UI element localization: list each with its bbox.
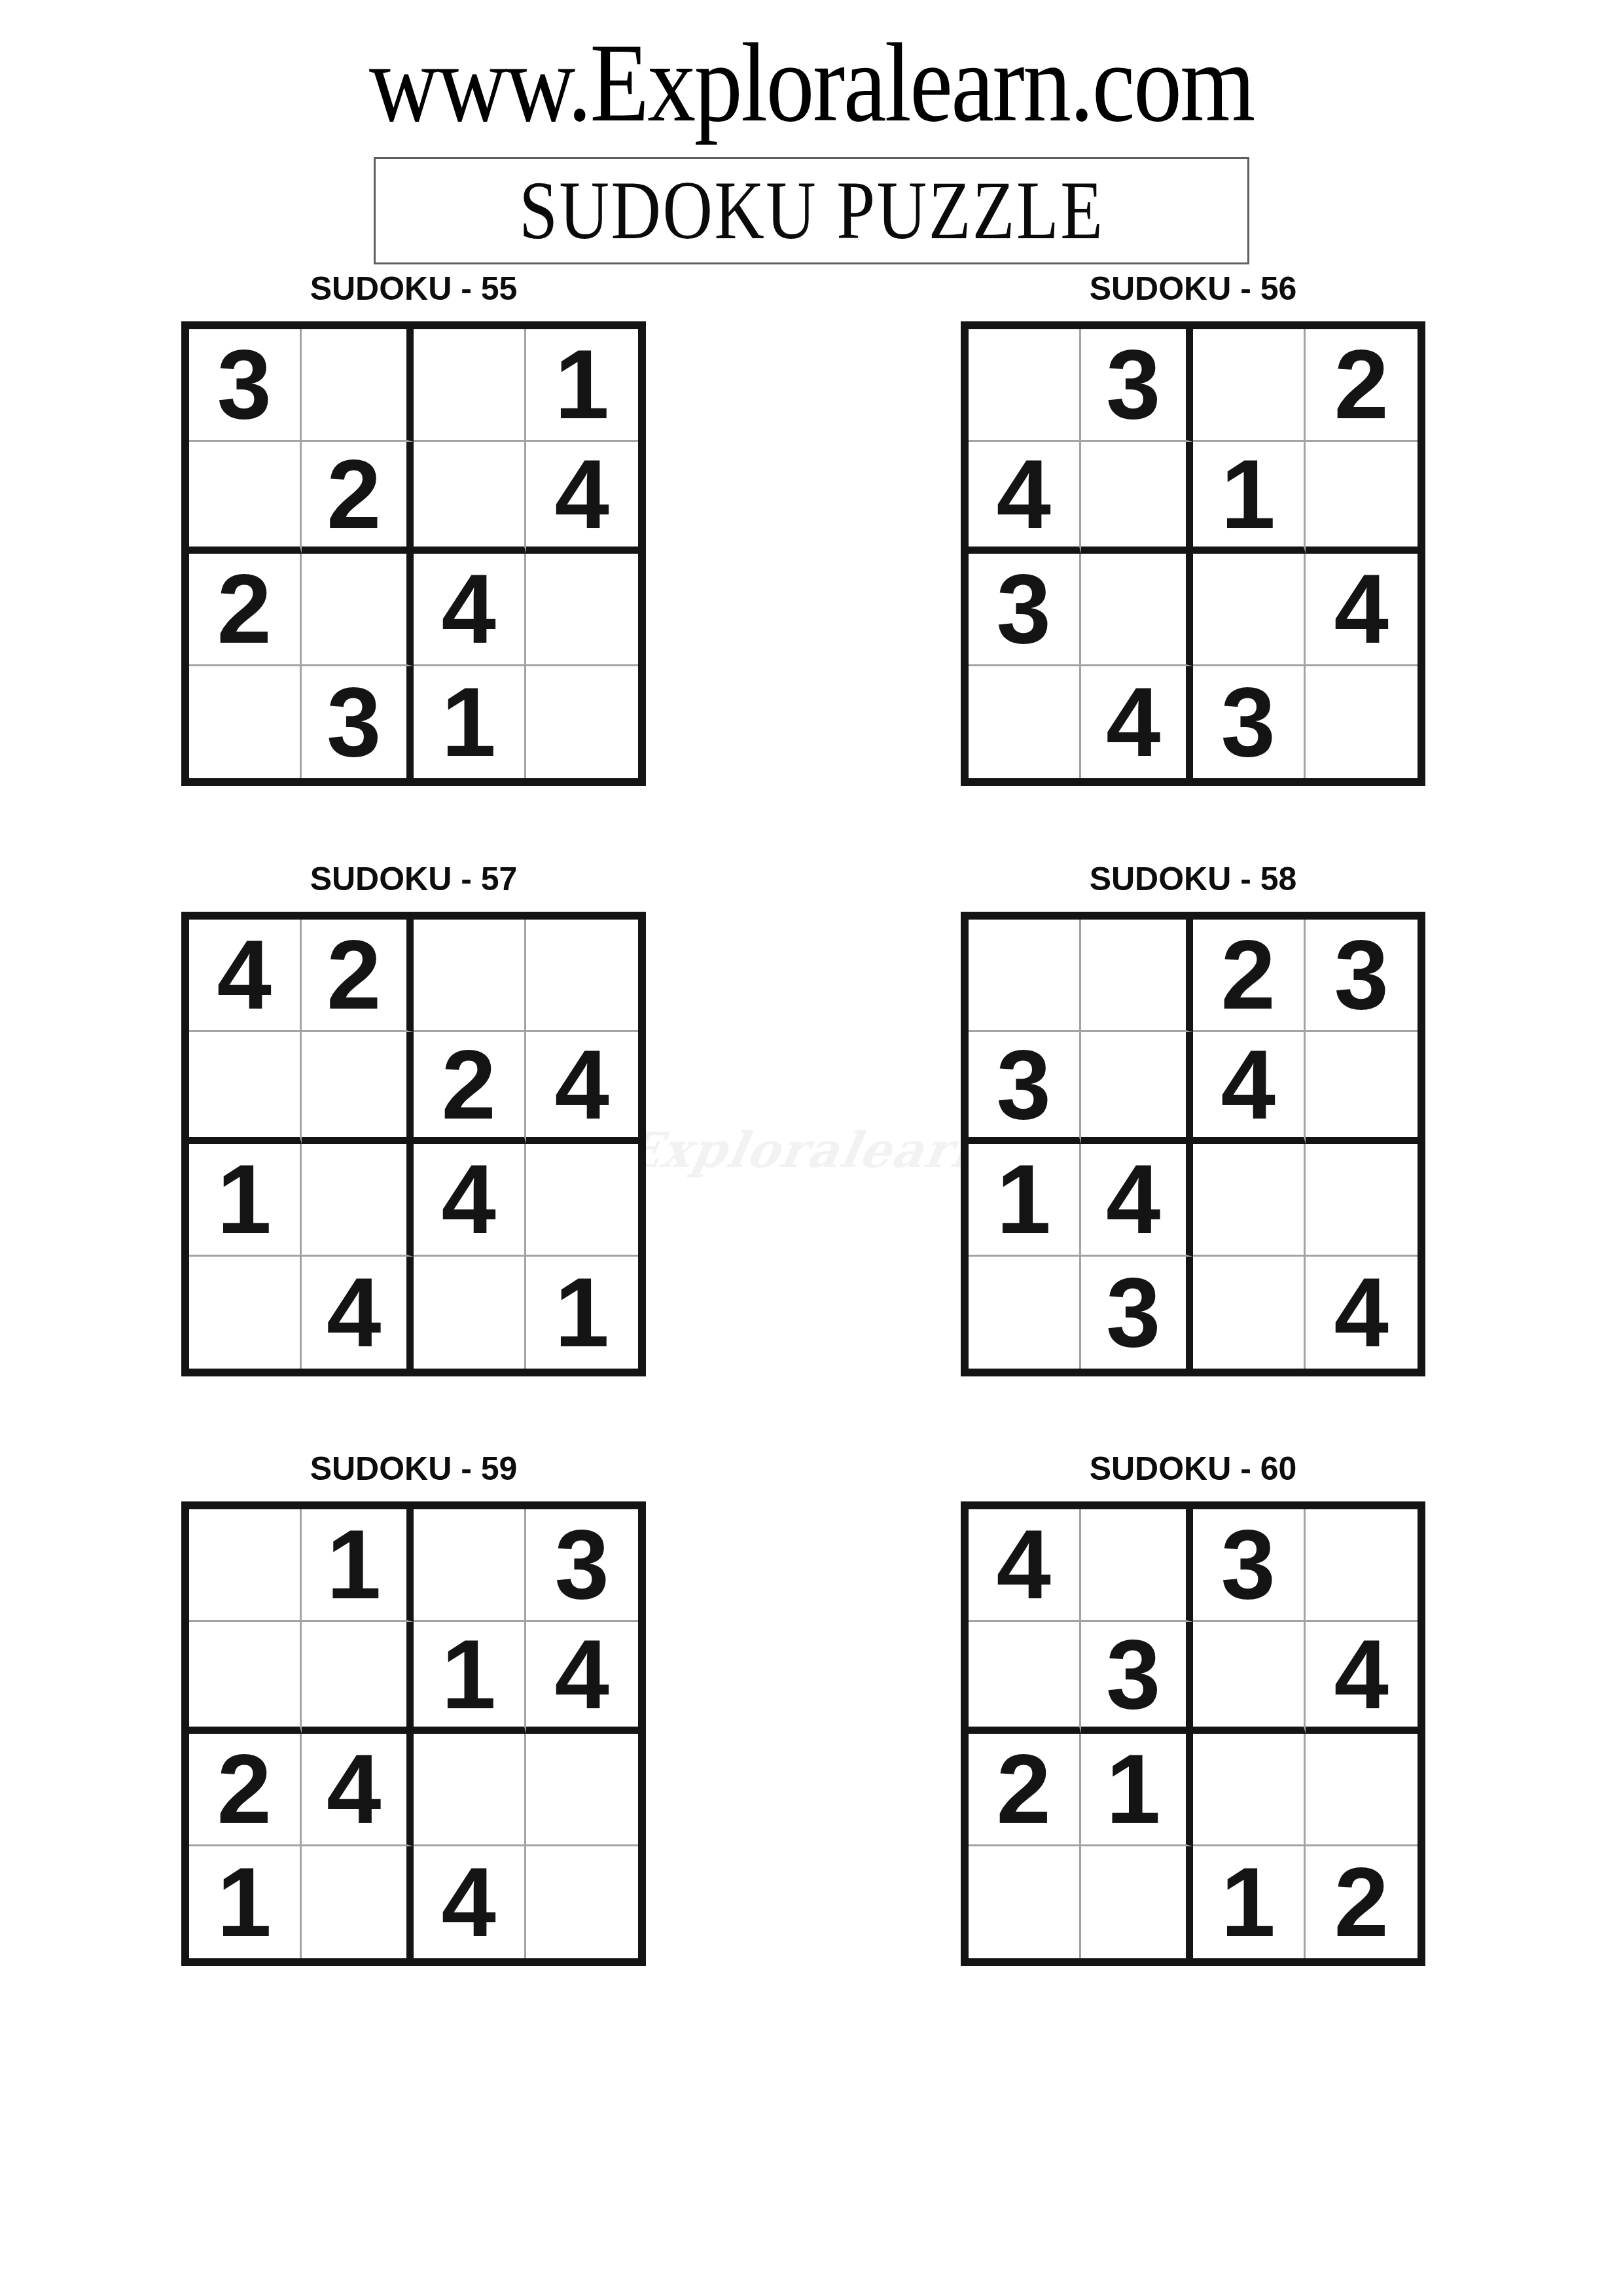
sudoku-empty-cell xyxy=(1193,1257,1306,1369)
sudoku-given-cell: 1 xyxy=(414,1622,526,1734)
sudoku-empty-cell xyxy=(526,666,639,779)
puzzle-title: SUDOKU - 55 xyxy=(181,270,646,307)
sudoku-empty-cell xyxy=(414,1257,526,1369)
sudoku-given-cell: 1 xyxy=(1193,1846,1306,1959)
sudoku-given-cell: 4 xyxy=(1306,1257,1418,1369)
sudoku-empty-cell xyxy=(1306,1032,1418,1145)
sudoku-empty-cell xyxy=(1193,329,1306,442)
sudoku-given-cell: 4 xyxy=(189,920,302,1032)
sudoku-empty-cell xyxy=(1306,1144,1418,1257)
sudoku-empty-cell xyxy=(1306,442,1418,554)
puzzle-block: SUDOKU - 55 31242431 xyxy=(181,270,646,786)
sudoku-given-cell: 4 xyxy=(414,554,526,666)
sudoku-given-cell: 1 xyxy=(526,1257,639,1369)
sudoku-given-cell: 4 xyxy=(414,1144,526,1257)
puzzle-title: SUDOKU - 59 xyxy=(181,1450,646,1487)
sudoku-empty-cell xyxy=(189,1257,302,1369)
sudoku-given-cell: 4 xyxy=(969,1509,1081,1622)
sudoku-empty-cell xyxy=(1306,666,1418,779)
puzzle-title: SUDOKU - 58 xyxy=(961,861,1425,897)
sudoku-given-cell: 4 xyxy=(302,1257,414,1369)
sudoku-given-cell: 2 xyxy=(302,442,414,554)
sudoku-empty-cell xyxy=(969,329,1081,442)
sudoku-empty-cell xyxy=(189,442,302,554)
sudoku-empty-cell xyxy=(414,920,526,1032)
sudoku-given-cell: 3 xyxy=(969,1032,1081,1145)
puzzle-title: SUDOKU - 56 xyxy=(961,270,1425,307)
sudoku-given-cell: 4 xyxy=(1306,554,1418,666)
sudoku-empty-cell xyxy=(1193,1734,1306,1846)
sudoku-empty-cell xyxy=(414,442,526,554)
sudoku-given-cell: 3 xyxy=(1306,920,1418,1032)
sudoku-empty-cell xyxy=(1306,1509,1418,1622)
sudoku-given-cell: 2 xyxy=(1306,329,1418,442)
sudoku-grid: 43342112 xyxy=(961,1501,1425,1966)
sudoku-empty-cell xyxy=(189,1032,302,1145)
sudoku-empty-cell xyxy=(526,554,639,666)
sudoku-given-cell: 4 xyxy=(526,442,639,554)
sudoku-given-cell: 2 xyxy=(189,554,302,666)
puzzle-block: SUDOKU - 56 32413443 xyxy=(961,270,1425,786)
sudoku-empty-cell xyxy=(302,1144,414,1257)
sudoku-given-cell: 1 xyxy=(189,1846,302,1959)
sudoku-grid: 42241441 xyxy=(181,912,646,1376)
puzzle-title: SUDOKU - 57 xyxy=(181,861,646,897)
sudoku-given-cell: 4 xyxy=(1306,1622,1418,1734)
puzzle-block: SUDOKU - 57 42241441 xyxy=(181,861,646,1376)
sudoku-grid: 13142414 xyxy=(181,1501,646,1966)
puzzle-block: SUDOKU - 60 43342112 xyxy=(961,1450,1425,1966)
sudoku-given-cell: 3 xyxy=(1193,1509,1306,1622)
sudoku-given-cell: 2 xyxy=(189,1734,302,1846)
sudoku-given-cell: 4 xyxy=(1081,666,1194,779)
sudoku-empty-cell xyxy=(969,920,1081,1032)
sudoku-empty-cell xyxy=(1081,1509,1194,1622)
sudoku-given-cell: 3 xyxy=(526,1509,639,1622)
puzzle-title: SUDOKU - 60 xyxy=(961,1450,1425,1487)
sudoku-given-cell: 1 xyxy=(969,1144,1081,1257)
sudoku-given-cell: 4 xyxy=(526,1032,639,1145)
subtitle-box: SUDOKU PUZZLE xyxy=(374,157,1249,264)
sudoku-empty-cell xyxy=(302,554,414,666)
sudoku-empty-cell xyxy=(1193,1622,1306,1734)
sudoku-given-cell: 3 xyxy=(1081,329,1194,442)
sudoku-empty-cell xyxy=(1081,1846,1194,1959)
sudoku-given-cell: 4 xyxy=(1081,1144,1194,1257)
sudoku-empty-cell xyxy=(414,1734,526,1846)
sudoku-given-cell: 4 xyxy=(302,1734,414,1846)
watermark-text: Exploralearn xyxy=(619,1122,993,1178)
sudoku-empty-cell xyxy=(1081,554,1194,666)
sudoku-given-cell: 1 xyxy=(414,666,526,779)
puzzle-block: SUDOKU - 59 13142414 xyxy=(181,1450,646,1966)
sudoku-empty-cell xyxy=(302,329,414,442)
sudoku-empty-cell xyxy=(526,920,639,1032)
sudoku-given-cell: 3 xyxy=(1193,666,1306,779)
sudoku-given-cell: 3 xyxy=(189,329,302,442)
sudoku-given-cell: 3 xyxy=(969,554,1081,666)
sudoku-empty-cell xyxy=(189,1622,302,1734)
sudoku-given-cell: 4 xyxy=(414,1846,526,1959)
sudoku-given-cell: 1 xyxy=(1193,442,1306,554)
sudoku-given-cell: 4 xyxy=(969,442,1081,554)
subtitle-text: SUDOKU PUZZLE xyxy=(519,164,1104,258)
sudoku-given-cell: 3 xyxy=(1081,1257,1194,1369)
sudoku-empty-cell xyxy=(969,666,1081,779)
sudoku-empty-cell xyxy=(526,1144,639,1257)
sudoku-given-cell: 1 xyxy=(189,1144,302,1257)
sudoku-empty-cell xyxy=(414,329,526,442)
sudoku-empty-cell xyxy=(1081,920,1194,1032)
sudoku-given-cell: 1 xyxy=(526,329,639,442)
sudoku-empty-cell xyxy=(414,1509,526,1622)
sudoku-empty-cell xyxy=(1081,442,1194,554)
sudoku-given-cell: 2 xyxy=(1306,1846,1418,1959)
sudoku-given-cell: 4 xyxy=(526,1622,639,1734)
sudoku-given-cell: 4 xyxy=(1193,1032,1306,1145)
sudoku-empty-cell xyxy=(302,1846,414,1959)
sudoku-given-cell: 3 xyxy=(302,666,414,779)
sudoku-empty-cell xyxy=(302,1032,414,1145)
sudoku-empty-cell xyxy=(969,1622,1081,1734)
sudoku-empty-cell xyxy=(526,1734,639,1846)
sudoku-given-cell: 1 xyxy=(1081,1734,1194,1846)
sudoku-grid: 23341434 xyxy=(961,912,1425,1376)
sudoku-empty-cell xyxy=(189,1509,302,1622)
sudoku-empty-cell xyxy=(1306,1734,1418,1846)
puzzle-block: SUDOKU - 58 23341434 xyxy=(961,861,1425,1376)
sudoku-empty-cell xyxy=(1081,1032,1194,1145)
sudoku-empty-cell xyxy=(969,1257,1081,1369)
site-url-text: www.Exploralearn.com xyxy=(369,18,1254,147)
sudoku-given-cell: 2 xyxy=(302,920,414,1032)
sudoku-grid: 32413443 xyxy=(961,321,1425,786)
page-title: www.Exploralearn.com xyxy=(0,18,1623,147)
sudoku-empty-cell xyxy=(969,1846,1081,1959)
worksheet-page: www.Exploralearn.com SUDOKU PUZZLE Explo… xyxy=(0,0,1623,2296)
sudoku-given-cell: 3 xyxy=(1081,1622,1194,1734)
sudoku-given-cell: 2 xyxy=(969,1734,1081,1846)
sudoku-empty-cell xyxy=(1193,554,1306,666)
sudoku-grid: 31242431 xyxy=(181,321,646,786)
sudoku-empty-cell xyxy=(526,1846,639,1959)
sudoku-given-cell: 2 xyxy=(414,1032,526,1145)
sudoku-empty-cell xyxy=(189,666,302,779)
sudoku-given-cell: 1 xyxy=(302,1509,414,1622)
sudoku-empty-cell xyxy=(302,1622,414,1734)
sudoku-given-cell: 2 xyxy=(1193,920,1306,1032)
sudoku-empty-cell xyxy=(1193,1144,1306,1257)
